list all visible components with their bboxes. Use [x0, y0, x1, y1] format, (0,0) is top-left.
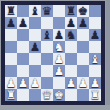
square-c1[interactable]: [29, 89, 41, 101]
square-e3[interactable]: ♟: [53, 65, 65, 77]
piece-white-pawn-g2[interactable]: ♟: [78, 77, 88, 89]
square-g7[interactable]: ♟: [77, 17, 89, 29]
page-background-edge-right: [106, 0, 110, 110]
piece-white-pawn-f2[interactable]: ♟: [66, 77, 76, 89]
square-g2[interactable]: ♟: [77, 77, 89, 89]
page-background-edge-bottom: [0, 105, 110, 110]
piece-white-pawn-c2[interactable]: ♟: [30, 77, 40, 89]
piece-black-pawn-a7[interactable]: ♟: [6, 17, 16, 29]
piece-black-queen-d8[interactable]: ♛: [42, 5, 52, 17]
piece-white-queen-d1[interactable]: ♛: [42, 89, 52, 101]
chessboard: ♜♝♛♜♚♟♟♟♟♝♟♞♟♟♞♟♝♟♟♟♟♟♟♟♜♛♚♜: [5, 5, 101, 101]
square-g1[interactable]: [77, 89, 89, 101]
square-c7[interactable]: [29, 17, 41, 29]
square-a5[interactable]: [5, 41, 17, 53]
piece-black-pawn-g7[interactable]: ♟: [78, 17, 88, 29]
square-g4[interactable]: [77, 53, 89, 65]
square-e1[interactable]: ♚: [53, 89, 65, 101]
piece-white-rook-h1[interactable]: ♜: [90, 89, 100, 101]
piece-black-bishop-d6[interactable]: ♝: [42, 29, 52, 41]
square-f1[interactable]: [65, 89, 77, 101]
square-a7[interactable]: ♟: [5, 17, 17, 29]
square-b1[interactable]: [17, 89, 29, 101]
square-d3[interactable]: [41, 65, 53, 77]
piece-white-pawn-e3[interactable]: ♟: [54, 65, 64, 77]
square-f6[interactable]: ♞: [65, 29, 77, 41]
square-h6[interactable]: ♟: [89, 29, 101, 41]
square-d4[interactable]: [41, 53, 53, 65]
piece-white-pawn-b2[interactable]: ♟: [18, 77, 28, 89]
square-h8[interactable]: [89, 5, 101, 17]
square-g5[interactable]: [77, 41, 89, 53]
square-b2[interactable]: ♟: [17, 77, 29, 89]
piece-black-pawn-c5[interactable]: ♟: [30, 41, 40, 53]
piece-black-knight-f6[interactable]: ♞: [66, 29, 76, 41]
chess-diagram-screenshot: ♜♝♛♜♚♟♟♟♟♝♟♞♟♟♞♟♝♟♟♟♟♟♟♟♜♛♚♜: [0, 0, 110, 110]
square-a4[interactable]: [5, 53, 17, 65]
square-a1[interactable]: ♜: [5, 89, 17, 101]
piece-black-pawn-h6[interactable]: ♟: [90, 29, 100, 41]
square-c8[interactable]: ♝: [29, 5, 41, 17]
square-e8[interactable]: [53, 5, 65, 17]
square-d8[interactable]: ♛: [41, 5, 53, 17]
square-b5[interactable]: [17, 41, 29, 53]
square-d5[interactable]: [41, 41, 53, 53]
piece-white-bishop-h4[interactable]: ♝: [90, 53, 100, 65]
square-a6[interactable]: [5, 29, 17, 41]
square-b6[interactable]: [17, 29, 29, 41]
square-d1[interactable]: ♛: [41, 89, 53, 101]
square-b7[interactable]: ♟: [17, 17, 29, 29]
piece-white-king-e1[interactable]: ♚: [54, 89, 64, 101]
square-h1[interactable]: ♜: [89, 89, 101, 101]
square-f4[interactable]: [65, 53, 77, 65]
square-h4[interactable]: ♝: [89, 53, 101, 65]
square-g6[interactable]: [77, 29, 89, 41]
square-f2[interactable]: ♟: [65, 77, 77, 89]
piece-black-bishop-c8[interactable]: ♝: [30, 5, 40, 17]
square-c5[interactable]: ♟: [29, 41, 41, 53]
square-d6[interactable]: ♝: [41, 29, 53, 41]
piece-white-rook-a1[interactable]: ♜: [6, 89, 16, 101]
piece-black-pawn-b7[interactable]: ♟: [18, 17, 28, 29]
square-c2[interactable]: ♟: [29, 77, 41, 89]
board-frame: ♜♝♛♜♚♟♟♟♟♝♟♞♟♟♞♟♝♟♟♟♟♟♟♟♜♛♚♜: [1, 1, 105, 105]
square-b4[interactable]: [17, 53, 29, 65]
square-f5[interactable]: [65, 41, 77, 53]
square-c4[interactable]: [29, 53, 41, 65]
